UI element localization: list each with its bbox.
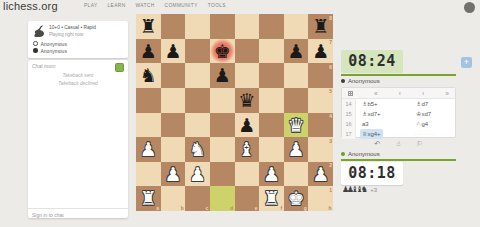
- square-a5[interactable]: [136, 88, 161, 113]
- square-h4[interactable]: 4: [308, 113, 333, 138]
- white-clock: 08:18: [341, 162, 403, 185]
- last-move-icon[interactable]: »: [445, 89, 449, 98]
- board-coord-g: g: [304, 205, 307, 211]
- square-d2[interactable]: [210, 162, 235, 187]
- black-player-line: Anonymous: [341, 78, 380, 84]
- square-c3[interactable]: ♞: [185, 137, 210, 162]
- square-d6[interactable]: ♟: [210, 63, 235, 88]
- white-time-bar: [341, 159, 456, 161]
- next-move-icon[interactable]: ›: [422, 89, 424, 98]
- lichess-logo[interactable]: lichess.org: [3, 0, 58, 12]
- white-pawn[interactable]: ♟: [136, 137, 161, 162]
- material-advantage: +3: [370, 187, 377, 193]
- black-pawn[interactable]: ♟: [235, 113, 260, 138]
- move-cell-white: a3: [356, 119, 412, 129]
- square-d1[interactable]: d: [210, 186, 235, 211]
- move-black-14[interactable]: ♗d7: [414, 99, 430, 109]
- square-f1[interactable]: ♜f: [259, 186, 284, 211]
- square-e5[interactable]: ♛: [235, 88, 260, 113]
- square-d3[interactable]: [210, 137, 235, 162]
- black-pawn[interactable]: ♟: [284, 39, 309, 64]
- nav-item-tools[interactable]: TOOLS: [208, 3, 226, 8]
- square-d4[interactable]: [210, 113, 235, 138]
- move-black-16[interactable]: ♘g4: [414, 119, 430, 129]
- move-white-14[interactable]: ♗b5+: [360, 99, 380, 109]
- black-player-row: Anonymous: [33, 48, 67, 54]
- square-e8[interactable]: [235, 14, 260, 39]
- account-icon[interactable]: [464, 2, 475, 13]
- board-coord-c: c: [206, 205, 209, 211]
- square-e1[interactable]: e: [235, 186, 260, 211]
- square-e3[interactable]: ♝: [235, 137, 260, 162]
- move-cell-black: ♔xd7: [412, 109, 455, 119]
- chat-toggle-button[interactable]: [115, 63, 124, 72]
- square-g2[interactable]: [284, 162, 309, 187]
- board-coord-e: e: [255, 205, 258, 211]
- move-number: 16: [342, 119, 356, 129]
- white-player-row: Anonymous: [33, 41, 67, 47]
- white-online-icon: [341, 152, 345, 156]
- move-cell-black: ♗d7: [412, 99, 455, 109]
- board-coord-2: 2: [329, 162, 332, 168]
- chat-room-label: Chat room: [32, 63, 55, 69]
- square-d5[interactable]: [210, 88, 235, 113]
- square-e4[interactable]: ♟: [235, 113, 260, 138]
- nav-item-play[interactable]: PLAY: [84, 3, 98, 8]
- white-player-name: Anonymous: [41, 41, 67, 47]
- square-a7[interactable]: ♟: [136, 39, 161, 64]
- square-h2[interactable]: ♟2: [308, 162, 333, 187]
- square-h3[interactable]: 3: [308, 137, 333, 162]
- black-online-icon: [341, 79, 345, 83]
- square-c8[interactable]: [185, 14, 210, 39]
- square-h5[interactable]: 5: [308, 88, 333, 113]
- square-b8[interactable]: [161, 14, 186, 39]
- square-b1[interactable]: b: [161, 186, 186, 211]
- square-h7[interactable]: ♟7: [308, 39, 333, 64]
- square-g5[interactable]: [284, 88, 309, 113]
- move-row-16: 16a3♘g4: [342, 119, 455, 129]
- square-f7[interactable]: [259, 39, 284, 64]
- square-f3[interactable]: [259, 137, 284, 162]
- white-knight[interactable]: ♞: [185, 137, 210, 162]
- nav-item-watch[interactable]: WATCH: [136, 3, 155, 8]
- game-info-card: 10+0 • Casual • Rapid Playing right now …: [28, 21, 128, 58]
- square-f4[interactable]: [259, 113, 284, 138]
- move-white-17[interactable]: ♕xg4+: [360, 129, 383, 139]
- next-move-placeholder: ·······: [414, 131, 436, 137]
- square-c1[interactable]: c: [185, 186, 210, 211]
- move-cell-white: ♕xg4+: [356, 129, 412, 139]
- square-a8[interactable]: ♜: [136, 14, 161, 39]
- move-cell-black: ·······: [412, 129, 455, 139]
- rapid-rabbit-icon: [33, 25, 45, 38]
- board-coord-a: a: [156, 205, 159, 211]
- white-pawn[interactable]: ♟: [284, 137, 309, 162]
- resign-button[interactable]: ⚐: [416, 139, 422, 149]
- square-a4[interactable]: [136, 113, 161, 138]
- chat-message: Takeback sent: [28, 72, 128, 80]
- nav-item-community[interactable]: COMMUNITY: [165, 3, 198, 8]
- black-pawn[interactable]: ♟: [161, 39, 186, 64]
- white-queen[interactable]: ♛: [284, 113, 309, 138]
- white-pawn[interactable]: ♟: [161, 162, 186, 187]
- move-list-panel: «‹›» 14♗b5+♗d715♗xd7+♔xd716a3♘g417♕xg4+·…: [341, 87, 456, 138]
- takeback-button[interactable]: ↶: [374, 139, 380, 149]
- square-b6[interactable]: [161, 63, 186, 88]
- white-pawn[interactable]: ♟: [259, 162, 284, 187]
- board-coord-7: 7: [329, 39, 332, 45]
- square-h1[interactable]: 1h: [308, 186, 333, 211]
- square-g1[interactable]: ♚g: [284, 186, 309, 211]
- game-actions: ↶ ☝ ⚐: [341, 139, 456, 149]
- board-coord-1: 1: [329, 187, 332, 193]
- move-list-toolbar: «‹›»: [342, 88, 455, 99]
- chat-panel: Chat room Takeback sentTakeback declined…: [28, 60, 128, 218]
- board-coord-3: 3: [329, 138, 332, 144]
- give-time-button[interactable]: +: [461, 57, 472, 68]
- nav-item-learn[interactable]: LEARN: [108, 3, 126, 8]
- first-move-icon[interactable]: «: [374, 89, 378, 98]
- square-f5[interactable]: [259, 88, 284, 113]
- move-white-16[interactable]: a3: [360, 119, 371, 129]
- move-number: 17: [342, 129, 356, 139]
- move-white-15[interactable]: ♗xd7+: [360, 109, 383, 119]
- square-d8[interactable]: [210, 14, 235, 39]
- square-g8[interactable]: [284, 14, 309, 39]
- board-coord-b: b: [181, 205, 184, 211]
- square-c7[interactable]: [185, 39, 210, 64]
- square-b4[interactable]: [161, 113, 186, 138]
- nav-menu: PLAYLEARNWATCHCOMMUNITYTOOLS: [84, 3, 226, 8]
- board-coord-6: 6: [329, 64, 332, 70]
- square-e2[interactable]: [235, 162, 260, 187]
- move-cell-black: ♘g4: [412, 119, 455, 129]
- board-coord-5: 5: [329, 88, 332, 94]
- board-coord-d: d: [230, 205, 233, 211]
- square-h8[interactable]: ♜8: [308, 14, 333, 39]
- black-king[interactable]: ♚: [210, 39, 235, 64]
- move-row-15: 15♗xd7+♔xd7: [342, 109, 455, 119]
- chess-board: ♜♜8♟♟♚♟♟7♞♟6♛5♟♛4♟♞♝♟3♟♟♟♟2♜abcde♜f♚g1h: [136, 14, 333, 211]
- square-a1[interactable]: ♜a: [136, 186, 161, 211]
- move-rows: 14♗b5+♗d715♗xd7+♔xd716a3♘g417♕xg4+······…: [342, 99, 455, 139]
- black-knight[interactable]: ♞: [136, 63, 161, 88]
- square-b2[interactable]: ♟: [161, 162, 186, 187]
- game-status-label: Playing right now: [49, 32, 83, 37]
- square-g7[interactable]: ♟: [284, 39, 309, 64]
- square-f8[interactable]: [259, 14, 284, 39]
- black-player-label: Anonymous: [348, 78, 380, 84]
- square-b7[interactable]: ♟: [161, 39, 186, 64]
- white-bishop[interactable]: ♝: [235, 137, 260, 162]
- square-a6[interactable]: ♞: [136, 63, 161, 88]
- captured-pieces: ♟♟♝♝♞: [342, 185, 367, 194]
- black-pawn[interactable]: ♟: [136, 39, 161, 64]
- prev-move-icon[interactable]: ‹: [399, 89, 401, 98]
- square-b3[interactable]: [161, 137, 186, 162]
- game-setup-label: 10+0 • Casual • Rapid: [49, 25, 96, 30]
- board-coord-4: 4: [329, 113, 332, 119]
- square-e6[interactable]: [235, 63, 260, 88]
- square-f2[interactable]: ♟: [259, 162, 284, 187]
- white-player-label: Anonymous: [348, 151, 380, 157]
- chat-input-area[interactable]: Sign in to chat: [28, 208, 128, 218]
- move-cell-white: ♗xd7+: [356, 109, 412, 119]
- chat-messages: Takeback sentTakeback declined: [28, 72, 128, 88]
- white-pawn[interactable]: ♟: [185, 162, 210, 187]
- square-b5[interactable]: [161, 88, 186, 113]
- black-clock: 08:24: [341, 50, 403, 73]
- black-color-icon: [33, 48, 38, 53]
- lichess-game-page: lichess.org PLAYLEARNWATCHCOMMUNITYTOOLS…: [0, 0, 480, 227]
- black-queen[interactable]: ♛: [235, 88, 260, 113]
- move-number: 14: [342, 99, 356, 109]
- move-row-14: 14♗b5+♗d7: [342, 99, 455, 109]
- white-color-icon: [33, 41, 38, 46]
- square-g6[interactable]: [284, 63, 309, 88]
- square-a2[interactable]: [136, 162, 161, 187]
- square-c2[interactable]: ♟: [185, 162, 210, 187]
- square-e7[interactable]: [235, 39, 260, 64]
- chat-message: Takeback declined: [28, 80, 128, 88]
- square-d7[interactable]: ♚: [210, 39, 235, 64]
- board-coord-8: 8: [329, 15, 332, 21]
- square-g3[interactable]: ♟: [284, 137, 309, 162]
- square-c6[interactable]: [185, 63, 210, 88]
- black-rook[interactable]: ♜: [136, 14, 161, 39]
- board-coord-f: f: [281, 205, 283, 211]
- board-coord-h: h: [328, 205, 331, 211]
- square-a3[interactable]: ♟: [136, 137, 161, 162]
- black-time-bar: [341, 74, 456, 76]
- move-cell-white: ♗b5+: [356, 99, 412, 109]
- square-f6[interactable]: [259, 63, 284, 88]
- black-pawn[interactable]: ♟: [210, 63, 235, 88]
- square-c5[interactable]: [185, 88, 210, 113]
- analysis-board-icon[interactable]: [348, 91, 353, 96]
- move-row-17: 17♕xg4+·······: [342, 129, 455, 139]
- black-player-name: Anonymous: [41, 48, 67, 54]
- move-black-15[interactable]: ♔xd7: [414, 109, 433, 119]
- draw-offer-button[interactable]: ☝: [396, 139, 400, 149]
- captured-pieces-tray: ♟♟♝♝♞ +3: [342, 185, 377, 194]
- white-player-line: Anonymous: [341, 151, 380, 157]
- square-c4[interactable]: [185, 113, 210, 138]
- square-g4[interactable]: ♛: [284, 113, 309, 138]
- square-h6[interactable]: 6: [308, 63, 333, 88]
- move-number: 15: [342, 109, 356, 119]
- chat-signin-placeholder[interactable]: Sign in to chat: [32, 212, 64, 218]
